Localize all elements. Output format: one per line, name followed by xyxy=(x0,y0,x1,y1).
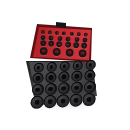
lid-oring xyxy=(74,37,79,42)
oring-hole xyxy=(75,64,79,68)
oring-hole xyxy=(87,85,92,90)
tray-cell xyxy=(44,72,57,84)
oring xyxy=(47,63,55,71)
tray-cell xyxy=(56,94,69,108)
tray-cell xyxy=(31,83,44,96)
tray-well xyxy=(56,94,69,108)
tray-well xyxy=(43,95,56,109)
oring xyxy=(60,62,68,70)
lid-oring xyxy=(55,31,59,35)
lid-oring xyxy=(56,41,62,47)
oring-hole xyxy=(88,73,92,77)
lid-oring-hole xyxy=(67,38,69,40)
oring-hole xyxy=(61,86,66,91)
lid-oring-hole xyxy=(71,33,73,35)
lid-oring-hole xyxy=(56,32,58,34)
tray-well xyxy=(59,61,69,72)
tray-cell xyxy=(43,95,56,109)
oring-hole xyxy=(74,85,79,90)
lid-oring xyxy=(57,36,62,41)
tray-well xyxy=(46,62,56,73)
tray-well xyxy=(83,81,95,94)
tray-well xyxy=(31,83,43,96)
tray-cell xyxy=(31,72,44,84)
lid-oring xyxy=(52,48,60,56)
tray-cell xyxy=(70,70,83,82)
lid-oring xyxy=(84,33,88,37)
oring xyxy=(85,71,94,80)
oring xyxy=(45,96,56,107)
lid-oring xyxy=(39,47,47,55)
tray-well xyxy=(69,93,82,107)
oring xyxy=(58,95,69,106)
lid-oring xyxy=(62,31,66,35)
lid-oring-hole xyxy=(78,33,80,35)
tray-cell xyxy=(83,81,96,94)
oring xyxy=(71,95,82,106)
oring-hole xyxy=(62,64,66,68)
product-photo-oring-kit xyxy=(0,0,130,130)
oring xyxy=(85,82,95,92)
lid-oring xyxy=(48,41,54,47)
lid-oring xyxy=(48,30,52,34)
lid-oring-hole xyxy=(85,34,87,36)
tray-cell xyxy=(30,95,43,109)
tray-cell xyxy=(44,83,57,96)
tray-cell xyxy=(69,93,82,107)
tray-well xyxy=(44,83,56,96)
oring xyxy=(33,74,42,83)
tray-well-grid xyxy=(31,60,90,97)
lid-oring-hole xyxy=(81,52,84,55)
oring-hole xyxy=(36,76,40,80)
lid-oring-hole xyxy=(83,45,85,47)
lid-oring xyxy=(82,37,87,42)
lid-oring xyxy=(73,42,79,48)
lid-oring-hole xyxy=(75,44,77,46)
lid-oring-hole xyxy=(49,32,51,34)
tray-well xyxy=(72,60,82,71)
lid-oring-hole xyxy=(66,44,68,46)
oring xyxy=(86,61,94,69)
lid-oring-hole xyxy=(50,37,52,39)
oring xyxy=(72,83,82,93)
tray-well xyxy=(70,81,82,94)
oring xyxy=(59,83,69,93)
oring xyxy=(46,84,56,94)
tray-cell xyxy=(82,93,95,107)
oring xyxy=(59,72,68,81)
oring-hole xyxy=(49,75,53,79)
oring-hole xyxy=(49,65,53,69)
lid-oring xyxy=(41,30,45,34)
tray-well xyxy=(71,70,82,82)
oring-hole xyxy=(75,74,79,78)
oring xyxy=(32,97,43,108)
tray-well xyxy=(84,70,95,82)
lid-oring xyxy=(49,35,54,40)
lid-oring-hole xyxy=(42,31,44,33)
oring xyxy=(46,73,55,82)
lid-oring-hole xyxy=(42,42,44,44)
oring-hole xyxy=(62,75,66,79)
tray-well xyxy=(57,82,69,95)
tray-well xyxy=(33,62,43,73)
oring-hole xyxy=(36,66,40,70)
oring-hole xyxy=(88,63,92,67)
oring-hole xyxy=(48,99,53,104)
tray-well xyxy=(58,71,69,83)
tray-well xyxy=(45,72,56,84)
lid-oring-hole xyxy=(63,33,65,35)
lid-rings xyxy=(39,30,87,58)
oring-hole xyxy=(35,100,40,105)
lid-oring xyxy=(66,36,71,41)
lid-oring-hole xyxy=(59,37,61,39)
tray-well xyxy=(82,93,95,107)
lid-oring xyxy=(65,42,71,48)
oring-hole xyxy=(73,98,78,103)
oring-hole xyxy=(86,97,91,102)
lid-oring xyxy=(40,35,45,40)
lid-oring-hole xyxy=(42,36,44,38)
tray-cell xyxy=(70,81,83,94)
lid-oring xyxy=(81,43,87,49)
tray-well xyxy=(30,95,43,109)
lid-oring-hole xyxy=(76,38,78,40)
oring-hole xyxy=(35,87,40,92)
lid-oring xyxy=(40,40,46,46)
lid-oring-hole xyxy=(68,51,71,54)
lid-oring xyxy=(65,49,73,57)
lid-oring xyxy=(76,32,80,36)
lid-oring-hole xyxy=(84,39,86,41)
oring-hole xyxy=(48,87,53,92)
oring-hole xyxy=(60,98,65,103)
tray-cell xyxy=(57,71,70,83)
oring xyxy=(73,61,81,69)
lid-oring xyxy=(69,32,73,36)
tray-well xyxy=(85,60,95,71)
tray-cell xyxy=(83,70,96,82)
oring xyxy=(72,72,81,81)
lid-oring-hole xyxy=(55,50,58,53)
lid-oring-hole xyxy=(50,43,52,45)
lid-oring-hole xyxy=(58,43,60,45)
oring xyxy=(34,63,42,71)
lid-oring-hole xyxy=(42,50,45,53)
oring xyxy=(84,94,95,105)
lid-oring xyxy=(78,49,86,57)
tray-well xyxy=(32,72,43,84)
oring xyxy=(33,85,43,95)
tray-cell xyxy=(57,82,70,95)
